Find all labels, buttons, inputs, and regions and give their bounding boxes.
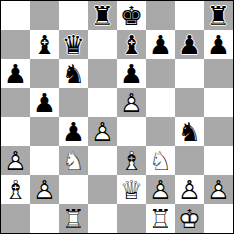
black-queen-icon: ♛ — [59, 30, 88, 59]
black-piece-body: ♟ — [59, 117, 88, 146]
square-b5[interactable]: ♟ — [30, 88, 59, 117]
square-e1[interactable] — [117, 204, 146, 233]
square-e7[interactable]: ♝ — [117, 30, 146, 59]
square-d5[interactable] — [88, 88, 117, 117]
square-f4[interactable] — [146, 117, 175, 146]
square-b4[interactable] — [30, 117, 59, 146]
square-e6[interactable]: ♟ — [117, 59, 146, 88]
square-a4[interactable] — [1, 117, 30, 146]
square-g6[interactable] — [175, 59, 204, 88]
black-piece-body: ♞ — [59, 59, 88, 88]
white-pawn-icon: ♟♙ — [146, 175, 175, 204]
square-d6[interactable] — [88, 59, 117, 88]
square-c5[interactable] — [59, 88, 88, 117]
white-bishop-icon: ♝♗ — [117, 146, 146, 175]
square-d3[interactable] — [88, 146, 117, 175]
white-piece-outline: ♘ — [146, 146, 175, 175]
white-piece-outline: ♗ — [1, 175, 30, 204]
square-h1[interactable] — [204, 204, 233, 233]
square-g5[interactable] — [175, 88, 204, 117]
square-h5[interactable] — [204, 88, 233, 117]
white-pawn-icon: ♟♙ — [175, 175, 204, 204]
square-d4[interactable]: ♟♙ — [88, 117, 117, 146]
black-pawn-icon: ♟ — [1, 59, 30, 88]
black-piece-body: ♛ — [59, 30, 88, 59]
white-pawn-icon: ♟♙ — [30, 175, 59, 204]
square-d8[interactable]: ♜ — [88, 1, 117, 30]
square-f5[interactable] — [146, 88, 175, 117]
square-h3[interactable] — [204, 146, 233, 175]
square-d2[interactable] — [88, 175, 117, 204]
chess-board: ♜♚♜♝♛♝♟♟♟♟♞♟♟♟♙♟♟♙♞♟♙♞♘♝♗♞♘♝♗♟♙♛♕♟♙♟♙♟♙♜… — [0, 0, 234, 234]
square-c8[interactable] — [59, 1, 88, 30]
black-piece-body: ♟ — [1, 59, 30, 88]
square-b3[interactable] — [30, 146, 59, 175]
black-piece-body: ♜ — [88, 1, 117, 30]
black-king-icon: ♚ — [117, 1, 146, 30]
white-pawn-icon: ♟♙ — [117, 88, 146, 117]
square-g4[interactable]: ♞ — [175, 117, 204, 146]
white-rook-icon: ♜♖ — [59, 204, 88, 233]
square-e8[interactable]: ♚ — [117, 1, 146, 30]
square-b8[interactable] — [30, 1, 59, 30]
white-piece-outline: ♙ — [175, 175, 204, 204]
square-a7[interactable] — [1, 30, 30, 59]
square-c7[interactable]: ♛ — [59, 30, 88, 59]
square-a3[interactable]: ♟♙ — [1, 146, 30, 175]
square-c6[interactable]: ♞ — [59, 59, 88, 88]
white-piece-outline: ♗ — [117, 146, 146, 175]
black-piece-body: ♟ — [146, 30, 175, 59]
square-f1[interactable]: ♜♖ — [146, 204, 175, 233]
black-pawn-icon: ♟ — [30, 88, 59, 117]
square-b2[interactable]: ♟♙ — [30, 175, 59, 204]
square-f7[interactable]: ♟ — [146, 30, 175, 59]
black-pawn-icon: ♟ — [146, 30, 175, 59]
black-bishop-icon: ♝ — [117, 30, 146, 59]
black-rook-icon: ♜ — [88, 1, 117, 30]
white-pawn-icon: ♟♙ — [1, 146, 30, 175]
square-b1[interactable] — [30, 204, 59, 233]
black-pawn-icon: ♟ — [175, 30, 204, 59]
black-piece-body: ♝ — [117, 30, 146, 59]
square-f2[interactable]: ♟♙ — [146, 175, 175, 204]
white-pawn-icon: ♟♙ — [88, 117, 117, 146]
black-piece-body: ♚ — [117, 1, 146, 30]
square-e5[interactable]: ♟♙ — [117, 88, 146, 117]
black-pawn-icon: ♟ — [204, 30, 233, 59]
square-a1[interactable] — [1, 204, 30, 233]
square-e2[interactable]: ♛♕ — [117, 175, 146, 204]
black-piece-body: ♟ — [175, 30, 204, 59]
square-h8[interactable]: ♜ — [204, 1, 233, 30]
white-rook-icon: ♜♖ — [146, 204, 175, 233]
white-piece-outline: ♖ — [59, 204, 88, 233]
square-c3[interactable]: ♞♘ — [59, 146, 88, 175]
black-piece-body: ♜ — [204, 1, 233, 30]
square-a5[interactable] — [1, 88, 30, 117]
square-a2[interactable]: ♝♗ — [1, 175, 30, 204]
square-g8[interactable] — [175, 1, 204, 30]
white-piece-outline: ♙ — [146, 175, 175, 204]
square-g3[interactable] — [175, 146, 204, 175]
black-knight-icon: ♞ — [175, 117, 204, 146]
square-b6[interactable] — [30, 59, 59, 88]
white-knight-icon: ♞♘ — [59, 146, 88, 175]
white-piece-outline: ♙ — [117, 88, 146, 117]
square-b7[interactable]: ♝ — [30, 30, 59, 59]
square-f8[interactable] — [146, 1, 175, 30]
square-g7[interactable]: ♟ — [175, 30, 204, 59]
black-pawn-icon: ♟ — [117, 59, 146, 88]
black-piece-body: ♟ — [117, 59, 146, 88]
square-a6[interactable]: ♟ — [1, 59, 30, 88]
square-g1[interactable]: ♚♔ — [175, 204, 204, 233]
black-piece-body: ♟ — [204, 30, 233, 59]
white-piece-outline: ♘ — [59, 146, 88, 175]
black-knight-icon: ♞ — [59, 59, 88, 88]
black-bishop-icon: ♝ — [30, 30, 59, 59]
white-piece-outline: ♔ — [175, 204, 204, 233]
square-e3[interactable]: ♝♗ — [117, 146, 146, 175]
square-h4[interactable] — [204, 117, 233, 146]
white-piece-outline: ♕ — [117, 175, 146, 204]
square-c4[interactable]: ♟ — [59, 117, 88, 146]
square-h7[interactable]: ♟ — [204, 30, 233, 59]
white-queen-icon: ♛♕ — [117, 175, 146, 204]
square-c2[interactable] — [59, 175, 88, 204]
white-piece-outline: ♖ — [146, 204, 175, 233]
square-f3[interactable]: ♞♘ — [146, 146, 175, 175]
square-g2[interactable]: ♟♙ — [175, 175, 204, 204]
square-d7[interactable] — [88, 30, 117, 59]
white-king-icon: ♚♔ — [175, 204, 204, 233]
black-piece-body: ♝ — [30, 30, 59, 59]
white-piece-outline: ♙ — [30, 175, 59, 204]
black-piece-body: ♟ — [30, 88, 59, 117]
square-d1[interactable] — [88, 204, 117, 233]
square-a8[interactable] — [1, 1, 30, 30]
square-e4[interactable] — [117, 117, 146, 146]
square-c1[interactable]: ♜♖ — [59, 204, 88, 233]
square-f6[interactable] — [146, 59, 175, 88]
black-rook-icon: ♜ — [204, 1, 233, 30]
white-piece-outline: ♙ — [1, 146, 30, 175]
square-h6[interactable] — [204, 59, 233, 88]
white-bishop-icon: ♝♗ — [1, 175, 30, 204]
square-h2[interactable]: ♟♙ — [204, 175, 233, 204]
white-pawn-icon: ♟♙ — [204, 175, 233, 204]
white-piece-outline: ♙ — [204, 175, 233, 204]
black-piece-body: ♞ — [175, 117, 204, 146]
black-pawn-icon: ♟ — [59, 117, 88, 146]
white-knight-icon: ♞♘ — [146, 146, 175, 175]
white-piece-outline: ♙ — [88, 117, 117, 146]
